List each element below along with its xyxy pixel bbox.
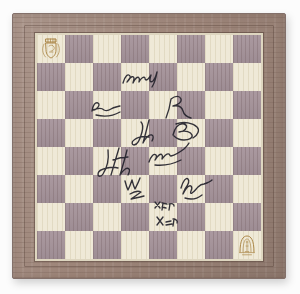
square-h8 xyxy=(233,35,261,63)
square-h3 xyxy=(233,175,261,203)
square-e3 xyxy=(149,175,177,203)
square-g8 xyxy=(205,35,233,63)
square-a2 xyxy=(37,203,65,231)
square-g7 xyxy=(205,63,233,91)
square-b6 xyxy=(65,91,93,119)
square-c2 xyxy=(93,203,121,231)
square-e8 xyxy=(149,35,177,63)
square-c3 xyxy=(93,175,121,203)
board-photo xyxy=(0,0,300,294)
square-f8 xyxy=(177,35,205,63)
square-e7 xyxy=(149,63,177,91)
square-h2 xyxy=(233,203,261,231)
square-e5 xyxy=(149,119,177,147)
chess-board xyxy=(12,13,286,279)
square-h1 xyxy=(233,231,261,259)
square-f7 xyxy=(177,63,205,91)
square-f5 xyxy=(177,119,205,147)
square-a1 xyxy=(37,231,65,259)
square-f2 xyxy=(177,203,205,231)
square-h7 xyxy=(233,63,261,91)
square-d6 xyxy=(121,91,149,119)
square-a4 xyxy=(37,147,65,175)
square-d3 xyxy=(121,175,149,203)
square-d8 xyxy=(121,35,149,63)
square-b8 xyxy=(65,35,93,63)
playing-field xyxy=(35,33,263,261)
square-c6 xyxy=(93,91,121,119)
square-d5 xyxy=(121,119,149,147)
square-f3 xyxy=(177,175,205,203)
square-b3 xyxy=(65,175,93,203)
square-h4 xyxy=(233,147,261,175)
square-a7 xyxy=(37,63,65,91)
square-c5 xyxy=(93,119,121,147)
square-g3 xyxy=(205,175,233,203)
square-e4 xyxy=(149,147,177,175)
square-g2 xyxy=(205,203,233,231)
square-e6 xyxy=(149,91,177,119)
square-grid xyxy=(37,35,261,259)
square-g6 xyxy=(205,91,233,119)
square-b1 xyxy=(65,231,93,259)
square-e1 xyxy=(149,231,177,259)
square-b7 xyxy=(65,63,93,91)
square-f6 xyxy=(177,91,205,119)
square-e2 xyxy=(149,203,177,231)
square-c4 xyxy=(93,147,121,175)
square-a8 xyxy=(37,35,65,63)
square-c1 xyxy=(93,231,121,259)
square-a5 xyxy=(37,119,65,147)
square-d1 xyxy=(121,231,149,259)
square-c8 xyxy=(93,35,121,63)
square-h6 xyxy=(233,91,261,119)
square-a6 xyxy=(37,91,65,119)
square-b5 xyxy=(65,119,93,147)
square-f4 xyxy=(177,147,205,175)
square-d2 xyxy=(121,203,149,231)
square-a3 xyxy=(37,175,65,203)
square-f1 xyxy=(177,231,205,259)
square-g4 xyxy=(205,147,233,175)
square-d7 xyxy=(121,63,149,91)
square-b2 xyxy=(65,203,93,231)
square-b4 xyxy=(65,147,93,175)
square-d4 xyxy=(121,147,149,175)
square-h5 xyxy=(233,119,261,147)
square-g5 xyxy=(205,119,233,147)
square-g1 xyxy=(205,231,233,259)
square-c7 xyxy=(93,63,121,91)
